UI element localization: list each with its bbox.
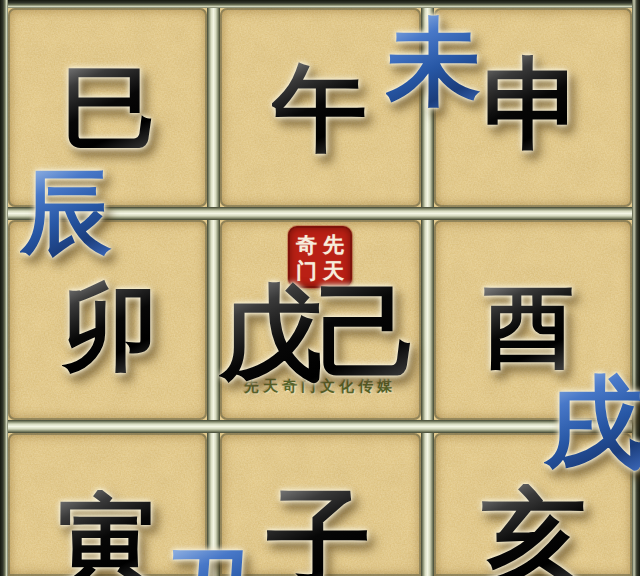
palace-branch-wu: 午 [272,60,367,155]
palace-branch-yin: 寅 [55,490,155,576]
corner-branch-chen: 辰 [20,166,112,258]
board-edge-right [632,0,640,576]
palace-branch-si: 巳 [62,60,157,155]
nine-palace-board: 奇 先 门 天 先天奇门文化传媒 巳 午 申 卯 戊己 酉 寅 子 亥 辰 未 … [0,0,640,576]
palace-branch-shen: 申 [483,54,583,154]
corner-branch-xu: 戌 [544,372,640,472]
seal-char-xian: 先 [320,231,347,257]
palace-stems-wu-ji: 戊己 [219,281,415,385]
seal-char-qi: 奇 [293,231,320,257]
board-edge-left [0,0,8,576]
corner-branch-wei: 未 [386,14,481,109]
palace-branch-you: 酉 [484,281,574,371]
palace-branch-hai: 亥 [482,484,586,576]
palace-branch-zi: 子 [267,486,371,576]
corner-branch-chou: 丑 [163,544,259,576]
palace-branch-mao: 卯 [62,279,157,374]
board-edge-top [0,0,640,8]
